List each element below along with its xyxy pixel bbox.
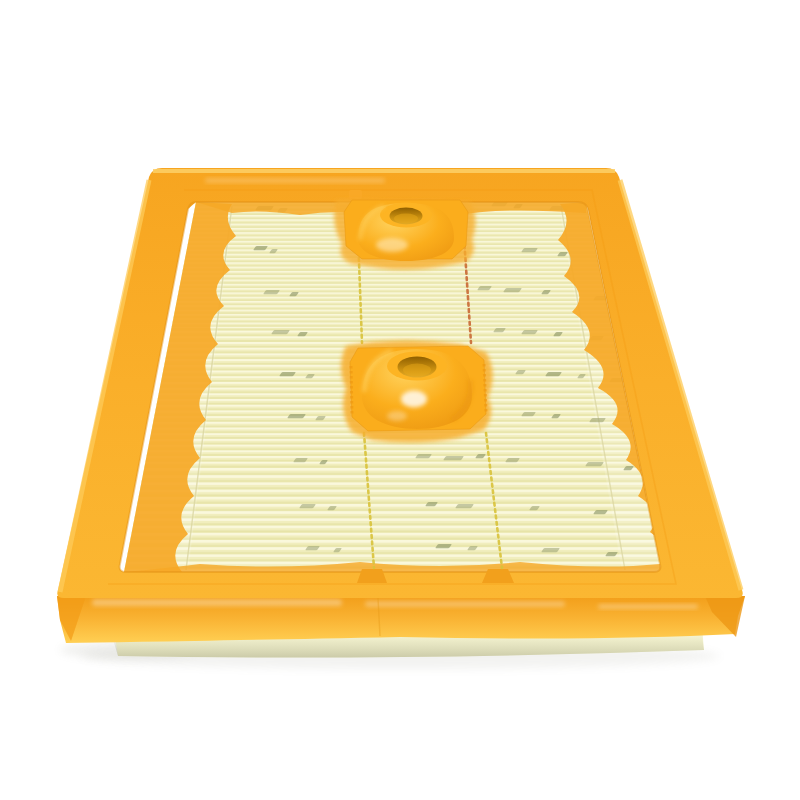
- rubber-grommet-top: [334, 200, 476, 270]
- grommet-highlight: [401, 391, 427, 408]
- print-mark: [443, 456, 464, 460]
- print-mark: [271, 330, 290, 334]
- print-mark: [541, 548, 560, 552]
- product-photo: [0, 0, 800, 800]
- air-filter-illustration: [0, 0, 800, 800]
- frame-front-face: [57, 596, 745, 643]
- frame-notch: [349, 190, 362, 199]
- print-mark: [503, 288, 522, 292]
- grommet-highlight: [376, 238, 408, 252]
- print-mark: [585, 462, 604, 466]
- print-mark: [287, 414, 306, 418]
- print-mark: [455, 504, 474, 508]
- rubber-grommet-middle: [341, 340, 493, 442]
